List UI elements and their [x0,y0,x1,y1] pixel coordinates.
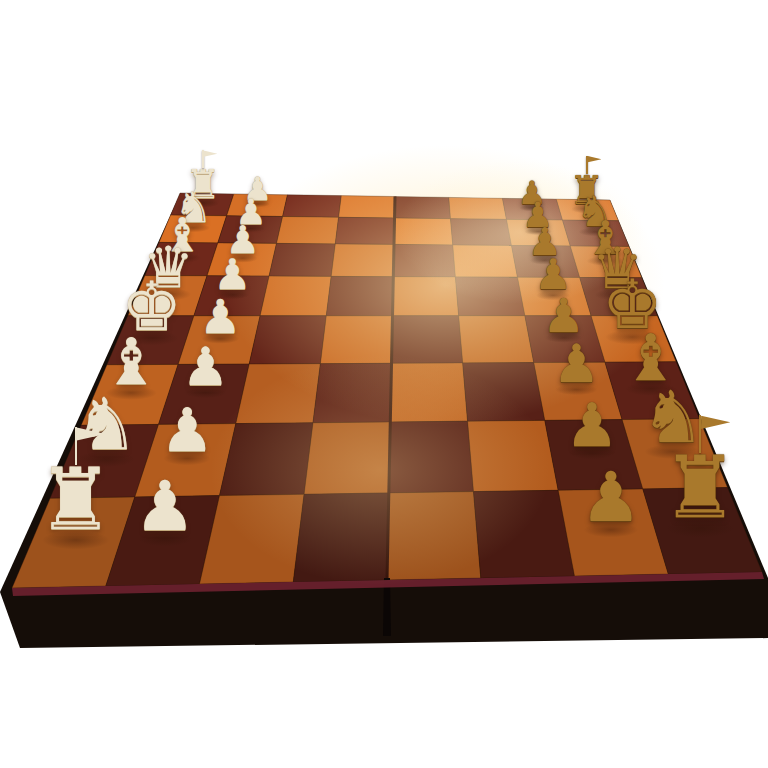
pawn-glyph: ♟ [543,292,585,339]
rook-flag-pole [699,415,701,454]
pawn-glyph: ♟ [160,400,214,460]
r-glyph: ♜ [37,457,114,543]
r-glyph: ♜ [662,445,739,531]
pawn-glyph: ♟ [182,341,230,394]
pawn-glyph: ♟ [134,472,196,541]
pawn-glyph: ♟ [553,338,601,391]
pawn-glyph: ♟ [565,395,619,455]
rook-flag-pole [202,150,204,168]
pawn-glyph: ♟ [580,463,642,532]
pawn-glyph: ♟ [199,293,241,340]
glare-highlight [210,355,550,585]
rook-flag-pole [75,427,77,466]
product-photo: ♜♞♝♛♚♝♞♜♟♟♟♟♟♟♟♟♟♟♟♟♟♟♟♟♜♞♝♛♚♝♞♜ [0,0,768,768]
rook-flag-pole [586,156,588,174]
